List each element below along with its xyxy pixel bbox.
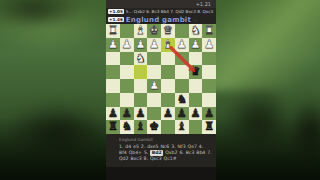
- square-g4[interactable]: [120, 65, 134, 79]
- caption-ellipsis: …: [193, 17, 198, 22]
- piece-black-rook[interactable]: ♜: [202, 120, 216, 134]
- square-d2[interactable]: ♝: [161, 38, 175, 52]
- eval-badge-2: +1.46: [108, 17, 124, 22]
- square-b7[interactable]: ♟: [189, 107, 203, 121]
- square-b6[interactable]: [189, 93, 203, 107]
- square-d8[interactable]: [161, 120, 175, 134]
- piece-white-pawn[interactable]: ♟: [134, 38, 148, 52]
- chess-board[interactable]: ♜♝♚♛♞♜♟♟♟♟♝♟♟♟♞♛♟♞♟♟♟♟♟♟♟♜♞♝♚♝♜: [106, 24, 216, 134]
- piece-black-pawn[interactable]: ♟: [189, 107, 203, 121]
- piece-black-king[interactable]: ♚: [147, 120, 161, 134]
- square-e4[interactable]: [147, 65, 161, 79]
- piece-white-pawn[interactable]: ♟: [189, 38, 203, 52]
- square-b2[interactable]: ♟: [189, 38, 203, 52]
- piece-black-queen[interactable]: ♛: [189, 65, 203, 79]
- square-b8[interactable]: [189, 120, 203, 134]
- piece-white-queen[interactable]: ♛: [161, 24, 175, 38]
- square-f2[interactable]: ♟: [134, 38, 148, 52]
- piece-black-bishop[interactable]: ♝: [134, 120, 148, 134]
- square-f4[interactable]: [134, 65, 148, 79]
- square-g6[interactable]: [120, 93, 134, 107]
- background-dark-corner: [0, 0, 83, 29]
- square-a6[interactable]: [202, 93, 216, 107]
- piece-white-knight[interactable]: ♞: [134, 52, 148, 66]
- square-a4[interactable]: [202, 65, 216, 79]
- square-d7[interactable]: ♟: [161, 107, 175, 121]
- square-g3[interactable]: [120, 52, 134, 66]
- piece-black-pawn[interactable]: ♟: [202, 107, 216, 121]
- piece-black-pawn[interactable]: ♟: [134, 107, 148, 121]
- evaluation-score: +1.21: [196, 1, 211, 7]
- piece-black-knight[interactable]: ♞: [175, 93, 189, 107]
- square-f3[interactable]: ♞: [134, 52, 148, 66]
- square-f6[interactable]: [134, 93, 148, 107]
- square-a2[interactable]: ♟: [202, 38, 216, 52]
- piece-white-pawn[interactable]: ♟: [120, 38, 134, 52]
- square-c4[interactable]: [175, 65, 189, 79]
- piece-white-rook[interactable]: ♜: [202, 24, 216, 38]
- piece-black-pawn[interactable]: ♟: [106, 107, 120, 121]
- piece-white-pawn[interactable]: ♟: [202, 38, 216, 52]
- piece-white-pawn[interactable]: ♟: [147, 79, 161, 93]
- square-d3[interactable]: [161, 52, 175, 66]
- square-f1[interactable]: ♝: [134, 24, 148, 38]
- piece-white-rook[interactable]: ♜: [106, 24, 120, 38]
- square-h8[interactable]: ♜: [106, 120, 120, 134]
- square-h2[interactable]: ♟: [106, 38, 120, 52]
- piece-white-knight[interactable]: ♞: [189, 24, 203, 38]
- square-c3[interactable]: [175, 52, 189, 66]
- square-a8[interactable]: ♜: [202, 120, 216, 134]
- panel-lower-filler: [106, 167, 216, 180]
- square-f8[interactable]: ♝: [134, 120, 148, 134]
- eval-badge-1: +1.05: [108, 9, 124, 14]
- square-d5[interactable]: [161, 79, 175, 93]
- analysis-app-strip: +1.21 +1.05 5... Qxb2 6. Bc3 Bb4 7. Qd2 …: [106, 0, 216, 180]
- move-list-panel: Englund Gambit 1. d4 e5 2. dxe5 Nc6 3. N…: [106, 134, 216, 167]
- square-h6[interactable]: [106, 93, 120, 107]
- piece-white-king[interactable]: ♚: [147, 24, 161, 38]
- piece-white-bishop[interactable]: ♝: [134, 24, 148, 38]
- engine-line-1-moves: 5... Qxb2 6. Bc3 Bb4 7. Qd2 Bxc3 8. Qxc3…: [126, 9, 214, 14]
- square-a1[interactable]: ♜: [202, 24, 216, 38]
- square-g8[interactable]: ♞: [120, 120, 134, 134]
- square-a5[interactable]: [202, 79, 216, 93]
- square-e5[interactable]: ♟: [147, 79, 161, 93]
- square-e6[interactable]: [147, 93, 161, 107]
- move-list[interactable]: 1. d4 e5 2. dxe5 Nc6 3. Nf3 Qe7 4. Bf4 Q…: [119, 144, 212, 162]
- square-f5[interactable]: [134, 79, 148, 93]
- square-f7[interactable]: ♟: [134, 107, 148, 121]
- square-e7[interactable]: [147, 107, 161, 121]
- square-e1[interactable]: ♚: [147, 24, 161, 38]
- square-c1[interactable]: [175, 24, 189, 38]
- square-h7[interactable]: ♟: [106, 107, 120, 121]
- square-e2[interactable]: ♟: [147, 38, 161, 52]
- square-c2[interactable]: ♟: [175, 38, 189, 52]
- square-c8[interactable]: ♝: [175, 120, 189, 134]
- piece-black-pawn[interactable]: ♟: [120, 107, 134, 121]
- piece-black-rook[interactable]: ♜: [106, 120, 120, 134]
- square-d6[interactable]: [161, 93, 175, 107]
- square-c7[interactable]: ♟: [175, 107, 189, 121]
- piece-black-bishop[interactable]: ♝: [175, 120, 189, 134]
- square-e8[interactable]: ♚: [147, 120, 161, 134]
- square-d1[interactable]: ♛: [161, 24, 175, 38]
- square-c6[interactable]: ♞: [175, 93, 189, 107]
- square-h3[interactable]: [106, 52, 120, 66]
- status-bar: +1.21: [106, 0, 216, 8]
- square-a7[interactable]: ♟: [202, 107, 216, 121]
- square-h5[interactable]: [106, 79, 120, 93]
- square-g2[interactable]: ♟: [120, 38, 134, 52]
- square-g5[interactable]: [120, 79, 134, 93]
- opening-caption: Englund gambit: [126, 16, 191, 24]
- square-b3[interactable]: [189, 52, 203, 66]
- square-h4[interactable]: [106, 65, 120, 79]
- square-e3[interactable]: [147, 52, 161, 66]
- square-g1[interactable]: [120, 24, 134, 38]
- engine-line-1[interactable]: +1.05 5... Qxb2 6. Bc3 Bb4 7. Qd2 Bxc3 8…: [106, 8, 216, 15]
- piece-black-knight[interactable]: ♞: [120, 120, 134, 134]
- piece-black-pawn[interactable]: ♟: [175, 107, 189, 121]
- square-h1[interactable]: ♜: [106, 24, 120, 38]
- square-b1[interactable]: ♞: [189, 24, 203, 38]
- engine-line-2[interactable]: +1.46 Englund gambit …: [106, 15, 216, 24]
- square-c5[interactable]: [175, 79, 189, 93]
- square-g7[interactable]: ♟: [120, 107, 134, 121]
- piece-white-pawn[interactable]: ♟: [106, 38, 120, 52]
- square-b4[interactable]: ♛: [189, 65, 203, 79]
- square-a3[interactable]: [202, 52, 216, 66]
- square-d4[interactable]: [161, 65, 175, 79]
- square-b5[interactable]: [189, 79, 203, 93]
- piece-white-bishop[interactable]: ♝: [161, 38, 175, 52]
- opening-name: Englund Gambit: [119, 137, 212, 142]
- piece-black-pawn[interactable]: ♟: [161, 107, 175, 121]
- piece-white-pawn[interactable]: ♟: [175, 38, 189, 52]
- piece-white-pawn[interactable]: ♟: [147, 38, 161, 52]
